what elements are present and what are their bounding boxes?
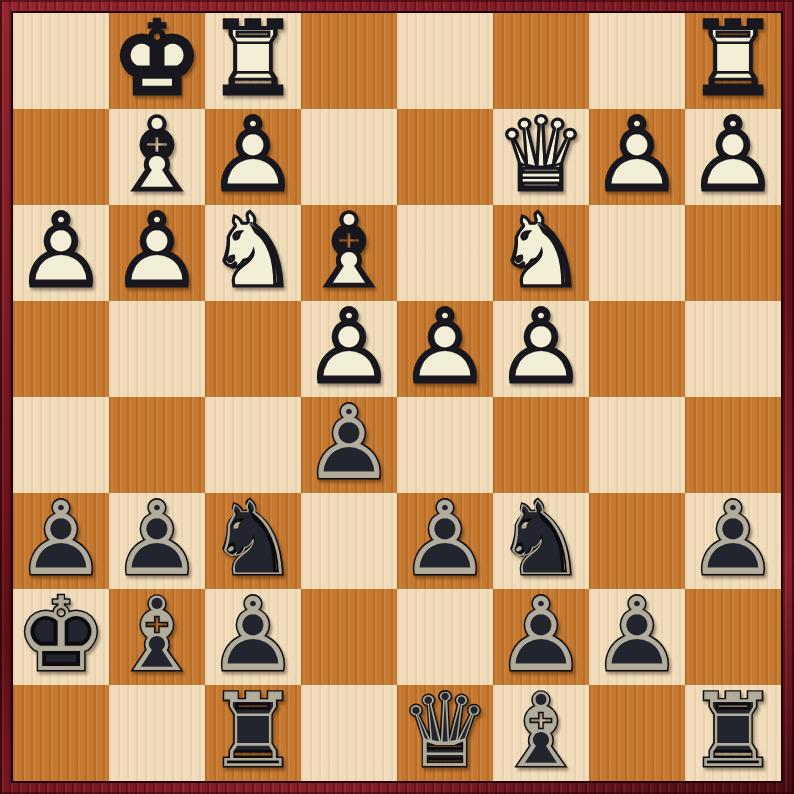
square-d5[interactable]	[397, 397, 493, 493]
white-pawn-detail-icon: ♙	[13, 205, 109, 301]
square-g5[interactable]	[109, 397, 205, 493]
black-pawn-detail-icon: ♙	[397, 493, 493, 589]
white-bishop-detail-icon: ♗	[301, 205, 397, 301]
square-f6[interactable]: ♞♘	[205, 493, 301, 589]
black-queen-detail-icon: ♕	[397, 685, 493, 781]
black-rook[interactable]: ♜♖	[205, 685, 301, 781]
white-knight[interactable]: ♞♘	[205, 205, 301, 301]
black-pawn-icon: ♟	[397, 493, 493, 589]
black-rook[interactable]: ♜♖	[685, 685, 781, 781]
square-c3[interactable]: ♞♘	[493, 205, 589, 301]
black-king[interactable]: ♚♔	[13, 589, 109, 685]
square-g4[interactable]	[109, 301, 205, 397]
white-queen-detail-icon: ♕	[493, 109, 589, 205]
black-knight-detail-icon: ♘	[205, 493, 301, 589]
black-bishop-detail-icon: ♗	[493, 685, 589, 781]
white-queen[interactable]: ♛♕	[493, 109, 589, 205]
square-g6[interactable]: ♟♙	[109, 493, 205, 589]
white-queen-icon: ♛	[493, 109, 589, 205]
square-b7[interactable]: ♟♙	[589, 589, 685, 685]
square-g7[interactable]: ♝♗	[109, 589, 205, 685]
square-a2[interactable]: ♟♙	[685, 109, 781, 205]
white-pawn-detail-icon: ♙	[397, 301, 493, 397]
white-pawn[interactable]: ♟♙	[397, 301, 493, 397]
square-g2[interactable]: ♝♗	[109, 109, 205, 205]
square-e5[interactable]: ♟♙	[301, 397, 397, 493]
black-pawn[interactable]: ♟♙	[685, 493, 781, 589]
square-e8[interactable]	[301, 685, 397, 781]
black-bishop[interactable]: ♝♗	[109, 589, 205, 685]
white-pawn-icon: ♟	[589, 109, 685, 205]
black-pawn[interactable]: ♟♙	[589, 589, 685, 685]
white-rook-detail-icon: ♖	[685, 13, 781, 109]
square-d2[interactable]	[397, 109, 493, 205]
square-e7[interactable]	[301, 589, 397, 685]
white-rook-icon: ♜	[205, 13, 301, 109]
white-king[interactable]: ♚♔	[109, 13, 205, 109]
white-bishop-icon: ♝	[301, 205, 397, 301]
black-pawn[interactable]: ♟♙	[205, 589, 301, 685]
square-d8[interactable]: ♛♕	[397, 685, 493, 781]
black-knight-detail-icon: ♘	[493, 493, 589, 589]
square-f5[interactable]	[205, 397, 301, 493]
white-rook-detail-icon: ♖	[205, 13, 301, 109]
white-pawn[interactable]: ♟♙	[589, 109, 685, 205]
white-pawn[interactable]: ♟♙	[685, 109, 781, 205]
square-h3[interactable]: ♟♙	[13, 205, 109, 301]
square-b3[interactable]	[589, 205, 685, 301]
white-knight-icon: ♞	[493, 205, 589, 301]
square-h6[interactable]: ♟♙	[13, 493, 109, 589]
black-pawn-icon: ♟	[493, 589, 589, 685]
square-d1[interactable]	[397, 13, 493, 109]
black-queen[interactable]: ♛♕	[397, 685, 493, 781]
white-knight-detail-icon: ♘	[205, 205, 301, 301]
white-bishop-icon: ♝	[109, 109, 205, 205]
black-pawn-icon: ♟	[301, 397, 397, 493]
black-knight-icon: ♞	[493, 493, 589, 589]
white-pawn[interactable]: ♟♙	[109, 205, 205, 301]
white-pawn-detail-icon: ♙	[301, 301, 397, 397]
square-b5[interactable]	[589, 397, 685, 493]
black-pawn[interactable]: ♟♙	[397, 493, 493, 589]
square-c4[interactable]: ♟♙	[493, 301, 589, 397]
white-pawn-detail-icon: ♙	[205, 109, 301, 205]
black-bishop-icon: ♝	[109, 589, 205, 685]
white-knight-detail-icon: ♘	[493, 205, 589, 301]
white-pawn-icon: ♟	[13, 205, 109, 301]
white-pawn[interactable]: ♟♙	[205, 109, 301, 205]
square-c7[interactable]: ♟♙	[493, 589, 589, 685]
square-a7[interactable]	[685, 589, 781, 685]
black-rook-icon: ♜	[685, 685, 781, 781]
square-h5[interactable]	[13, 397, 109, 493]
white-pawn-detail-icon: ♙	[589, 109, 685, 205]
white-rook-icon: ♜	[685, 13, 781, 109]
black-pawn[interactable]: ♟♙	[13, 493, 109, 589]
black-pawn[interactable]: ♟♙	[493, 589, 589, 685]
square-e6[interactable]	[301, 493, 397, 589]
square-h8[interactable]	[13, 685, 109, 781]
black-king-icon: ♚	[13, 589, 109, 685]
square-f3[interactable]: ♞♘	[205, 205, 301, 301]
black-pawn[interactable]: ♟♙	[301, 397, 397, 493]
square-f2[interactable]: ♟♙	[205, 109, 301, 205]
square-e1[interactable]	[301, 13, 397, 109]
white-bishop-detail-icon: ♗	[109, 109, 205, 205]
black-pawn-icon: ♟	[685, 493, 781, 589]
square-h2[interactable]	[13, 109, 109, 205]
square-a3[interactable]	[685, 205, 781, 301]
square-c6[interactable]: ♞♘	[493, 493, 589, 589]
square-d7[interactable]	[397, 589, 493, 685]
white-knight[interactable]: ♞♘	[493, 205, 589, 301]
square-a4[interactable]	[685, 301, 781, 397]
square-d3[interactable]	[397, 205, 493, 301]
black-pawn[interactable]: ♟♙	[109, 493, 205, 589]
square-b4[interactable]	[589, 301, 685, 397]
square-b8[interactable]	[589, 685, 685, 781]
black-bishop-detail-icon: ♗	[109, 589, 205, 685]
black-rook-icon: ♜	[205, 685, 301, 781]
black-knight[interactable]: ♞♘	[493, 493, 589, 589]
black-king-detail-icon: ♔	[13, 589, 109, 685]
black-bishop-icon: ♝	[493, 685, 589, 781]
square-a6[interactable]: ♟♙	[685, 493, 781, 589]
square-c2[interactable]: ♛♕	[493, 109, 589, 205]
white-pawn-icon: ♟	[397, 301, 493, 397]
white-king-icon: ♚	[109, 13, 205, 109]
white-rook[interactable]: ♜♖	[685, 13, 781, 109]
black-rook-detail-icon: ♖	[685, 685, 781, 781]
square-e2[interactable]	[301, 109, 397, 205]
white-bishop[interactable]: ♝♗	[301, 205, 397, 301]
black-pawn-icon: ♟	[589, 589, 685, 685]
black-queen-icon: ♛	[397, 685, 493, 781]
black-knight-icon: ♞	[205, 493, 301, 589]
black-pawn-detail-icon: ♙	[205, 589, 301, 685]
white-pawn-icon: ♟	[205, 109, 301, 205]
square-g1[interactable]: ♚♔	[109, 13, 205, 109]
square-e3[interactable]: ♝♗	[301, 205, 397, 301]
black-pawn-icon: ♟	[13, 493, 109, 589]
white-pawn-detail-icon: ♙	[493, 301, 589, 397]
square-h7[interactable]: ♚♔	[13, 589, 109, 685]
square-h4[interactable]	[13, 301, 109, 397]
white-knight-icon: ♞	[205, 205, 301, 301]
square-f1[interactable]: ♜♖	[205, 13, 301, 109]
square-a1[interactable]: ♜♖	[685, 13, 781, 109]
black-bishop[interactable]: ♝♗	[493, 685, 589, 781]
white-pawn[interactable]: ♟♙	[301, 301, 397, 397]
white-pawn-icon: ♟	[493, 301, 589, 397]
square-b1[interactable]	[589, 13, 685, 109]
white-pawn[interactable]: ♟♙	[13, 205, 109, 301]
white-bishop[interactable]: ♝♗	[109, 109, 205, 205]
square-d6[interactable]: ♟♙	[397, 493, 493, 589]
white-pawn[interactable]: ♟♙	[493, 301, 589, 397]
white-king-detail-icon: ♔	[109, 13, 205, 109]
square-f7[interactable]: ♟♙	[205, 589, 301, 685]
black-pawn-detail-icon: ♙	[685, 493, 781, 589]
black-pawn-icon: ♟	[109, 493, 205, 589]
square-g3[interactable]: ♟♙	[109, 205, 205, 301]
wooden-frame: ♚♔♜♖♜♖♝♗♟♙♛♕♟♙♟♙♟♙♟♙♞♘♝♗♞♘♟♙♟♙♟♙♟♙♟♙♟♙♞♘…	[0, 0, 794, 794]
square-b6[interactable]	[589, 493, 685, 589]
square-a5[interactable]	[685, 397, 781, 493]
black-pawn-detail-icon: ♙	[109, 493, 205, 589]
square-f8[interactable]: ♜♖	[205, 685, 301, 781]
white-pawn-icon: ♟	[109, 205, 205, 301]
white-pawn-detail-icon: ♙	[109, 205, 205, 301]
black-pawn-icon: ♟	[205, 589, 301, 685]
black-pawn-detail-icon: ♙	[493, 589, 589, 685]
chess-board: ♚♔♜♖♜♖♝♗♟♙♛♕♟♙♟♙♟♙♟♙♞♘♝♗♞♘♟♙♟♙♟♙♟♙♟♙♟♙♞♘…	[11, 11, 783, 783]
square-e4[interactable]: ♟♙	[301, 301, 397, 397]
black-rook-detail-icon: ♖	[205, 685, 301, 781]
square-g8[interactable]	[109, 685, 205, 781]
black-pawn-detail-icon: ♙	[301, 397, 397, 493]
square-a8[interactable]: ♜♖	[685, 685, 781, 781]
square-b2[interactable]: ♟♙	[589, 109, 685, 205]
square-d4[interactable]: ♟♙	[397, 301, 493, 397]
black-pawn-detail-icon: ♙	[589, 589, 685, 685]
white-pawn-detail-icon: ♙	[685, 109, 781, 205]
white-pawn-icon: ♟	[685, 109, 781, 205]
white-pawn-icon: ♟	[301, 301, 397, 397]
square-h1[interactable]	[13, 13, 109, 109]
square-c5[interactable]	[493, 397, 589, 493]
black-pawn-detail-icon: ♙	[13, 493, 109, 589]
square-c8[interactable]: ♝♗	[493, 685, 589, 781]
square-c1[interactable]	[493, 13, 589, 109]
white-rook[interactable]: ♜♖	[205, 13, 301, 109]
square-f4[interactable]	[205, 301, 301, 397]
black-knight[interactable]: ♞♘	[205, 493, 301, 589]
